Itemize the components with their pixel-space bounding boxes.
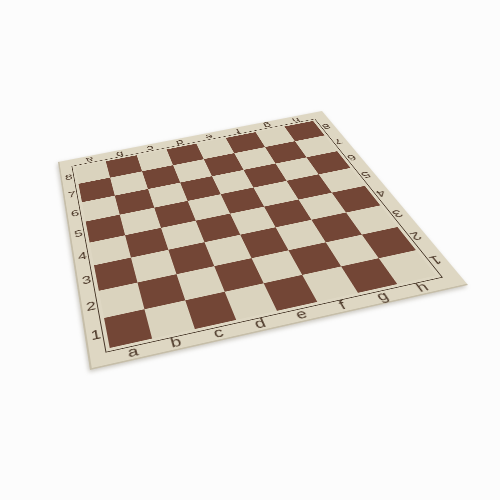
- photo-background: abcdefgh abcdefgh 87654321 87654321: [0, 0, 500, 500]
- chess-board[interactable]: abcdefgh abcdefgh 87654321 87654321: [58, 111, 468, 370]
- board-perspective-wrap: abcdefgh abcdefgh 87654321 87654321: [0, 0, 500, 500]
